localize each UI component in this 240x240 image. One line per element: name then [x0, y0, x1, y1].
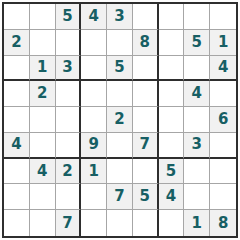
cell-r7c8[interactable] [184, 159, 210, 185]
cell-r5c8[interactable] [184, 107, 210, 133]
cell-r7c9[interactable] [210, 159, 236, 185]
cell-r3c2: 1 [30, 56, 56, 82]
cell-r1c2[interactable] [30, 4, 56, 30]
cell-r3c5: 5 [107, 56, 133, 82]
cell-r7c6[interactable] [133, 159, 159, 185]
cell-r6c6: 7 [133, 133, 159, 159]
cell-r1c5: 3 [107, 4, 133, 30]
cell-r2c3[interactable] [56, 30, 82, 56]
cell-r1c9[interactable] [210, 4, 236, 30]
cell-r2c1: 2 [4, 30, 30, 56]
cell-r1c8[interactable] [184, 4, 210, 30]
cell-r9c9: 8 [210, 210, 236, 236]
cell-r5c6[interactable] [133, 107, 159, 133]
cell-r3c9: 4 [210, 56, 236, 82]
cell-r1c6[interactable] [133, 4, 159, 30]
cell-r9c5[interactable] [107, 210, 133, 236]
cell-r7c1[interactable] [4, 159, 30, 185]
cell-r9c3: 7 [56, 210, 82, 236]
cell-r2c4[interactable] [81, 30, 107, 56]
cell-r9c1[interactable] [4, 210, 30, 236]
cell-r6c8: 3 [184, 133, 210, 159]
cell-r1c1[interactable] [4, 4, 30, 30]
cell-r4c4[interactable] [81, 81, 107, 107]
cell-r8c7: 4 [159, 184, 185, 210]
cell-r2c5[interactable] [107, 30, 133, 56]
cell-r9c4[interactable] [81, 210, 107, 236]
cell-r7c7: 5 [159, 159, 185, 185]
cell-r4c6[interactable] [133, 81, 159, 107]
cell-r7c4: 1 [81, 159, 107, 185]
cell-r5c5: 2 [107, 107, 133, 133]
cell-r8c1[interactable] [4, 184, 30, 210]
cell-r8c2[interactable] [30, 184, 56, 210]
cell-r5c2[interactable] [30, 107, 56, 133]
cell-r4c9[interactable] [210, 81, 236, 107]
cell-r5c4[interactable] [81, 107, 107, 133]
cell-r4c5[interactable] [107, 81, 133, 107]
cell-r5c3[interactable] [56, 107, 82, 133]
cell-r3c6[interactable] [133, 56, 159, 82]
cell-r3c8[interactable] [184, 56, 210, 82]
cell-r5c9: 6 [210, 107, 236, 133]
cell-r8c9[interactable] [210, 184, 236, 210]
cell-r3c1[interactable] [4, 56, 30, 82]
cell-r9c2[interactable] [30, 210, 56, 236]
cell-r3c4[interactable] [81, 56, 107, 82]
cell-r8c6: 5 [133, 184, 159, 210]
cell-r5c7[interactable] [159, 107, 185, 133]
cell-r9c7[interactable] [159, 210, 185, 236]
cell-r2c2[interactable] [30, 30, 56, 56]
cell-r3c3: 3 [56, 56, 82, 82]
cell-r6c1: 4 [4, 133, 30, 159]
cell-r2c8: 5 [184, 30, 210, 56]
cell-r7c5[interactable] [107, 159, 133, 185]
cell-r8c5: 7 [107, 184, 133, 210]
cell-r8c3[interactable] [56, 184, 82, 210]
cell-r9c8: 1 [184, 210, 210, 236]
cell-r7c2: 4 [30, 159, 56, 185]
sudoku-board: 54328511354242649734215754718 [2, 2, 238, 238]
sudoku-page: 54328511354242649734215754718 [0, 0, 240, 240]
cell-r3c7[interactable] [159, 56, 185, 82]
cell-r6c5[interactable] [107, 133, 133, 159]
cell-r6c9[interactable] [210, 133, 236, 159]
cell-r6c2[interactable] [30, 133, 56, 159]
cell-r8c8[interactable] [184, 184, 210, 210]
cell-r7c3: 2 [56, 159, 82, 185]
cell-r4c2: 2 [30, 81, 56, 107]
cell-r4c8: 4 [184, 81, 210, 107]
cell-r6c7[interactable] [159, 133, 185, 159]
cell-r2c9: 1 [210, 30, 236, 56]
cell-r2c6: 8 [133, 30, 159, 56]
cell-r9c6[interactable] [133, 210, 159, 236]
cell-r1c7[interactable] [159, 4, 185, 30]
cell-r4c1[interactable] [4, 81, 30, 107]
cell-r1c3: 5 [56, 4, 82, 30]
cell-r2c7[interactable] [159, 30, 185, 56]
cell-r4c7[interactable] [159, 81, 185, 107]
cell-r4c3[interactable] [56, 81, 82, 107]
cell-r5c1[interactable] [4, 107, 30, 133]
cell-r6c3[interactable] [56, 133, 82, 159]
cell-r1c4: 4 [81, 4, 107, 30]
cell-r8c4[interactable] [81, 184, 107, 210]
cell-r6c4: 9 [81, 133, 107, 159]
